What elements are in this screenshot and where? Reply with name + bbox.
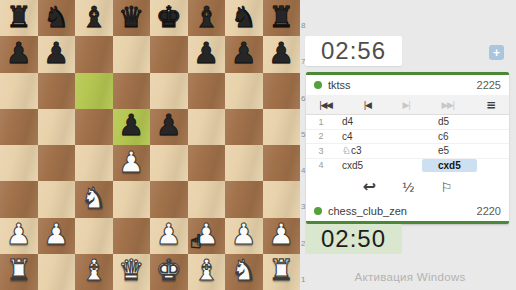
move-number: 2 [306, 131, 336, 141]
move-white[interactable]: cxd5 [336, 160, 422, 171]
add-time-button[interactable]: + [489, 45, 504, 60]
piece-bP-f7[interactable]: ♟ [193, 39, 219, 68]
resign-flag-icon[interactable]: ⚐ [441, 181, 453, 194]
square-g7[interactable]: ♟ [225, 36, 263, 72]
square-h1[interactable]: ♜ [263, 254, 301, 290]
move-navigation-bar: |◀◀ |◀ ▶| ▶▶| ≡ [306, 95, 509, 115]
move-number: 3 [306, 146, 336, 156]
undo-move-icon[interactable]: ↩ [363, 179, 376, 195]
piece-bB-c8[interactable]: ♝ [81, 3, 107, 32]
square-g4[interactable] [225, 145, 263, 181]
skip-to-end-icon[interactable]: ▶▶| [442, 100, 454, 110]
square-h8[interactable]: ♜ [263, 0, 301, 36]
square-c1[interactable]: ♝ [75, 254, 113, 290]
offer-draw-button[interactable]: ½ [402, 181, 415, 194]
square-a4[interactable] [0, 145, 38, 181]
square-b6[interactable] [38, 73, 76, 109]
piece-wP-e2[interactable]: ♟ [156, 220, 182, 249]
square-f5[interactable] [188, 109, 226, 145]
square-a5[interactable] [0, 109, 38, 145]
app-window: ♜♞♝♛♚♝♞♜♟♟♟♟♟♟♟♟♞♟♟♟♟♟♟♜♝♛♚♝♞♜ 87654321 … [0, 0, 516, 290]
square-c6[interactable] [75, 73, 113, 109]
square-c4[interactable] [75, 145, 113, 181]
rank-label-8: 8 [301, 21, 311, 30]
square-f1[interactable]: ♝ [188, 254, 226, 290]
clock-black: 02:56 [305, 36, 402, 66]
piece-wN-g1[interactable]: ♞ [231, 256, 257, 285]
piece-bP-b7[interactable]: ♟ [43, 39, 69, 68]
square-e3[interactable] [150, 181, 188, 217]
square-d7[interactable] [113, 36, 151, 72]
game-info-card: tktss 2225 |◀◀ |◀ ▶| ▶▶| ≡ 1 d4 d5 2 c4 … [306, 72, 509, 224]
square-d8[interactable]: ♛ [113, 0, 151, 36]
square-a3[interactable] [0, 181, 38, 217]
piece-bR-a8[interactable]: ♜ [6, 3, 32, 32]
square-e8[interactable]: ♚ [150, 0, 188, 36]
piece-bP-g7[interactable]: ♟ [231, 39, 257, 68]
square-a7[interactable]: ♟ [0, 36, 38, 72]
player-name-bottom: chess_club_zen [328, 205, 407, 217]
square-e7[interactable] [150, 36, 188, 72]
move-white[interactable]: ♘c3 [336, 145, 422, 156]
square-c8[interactable]: ♝ [75, 0, 113, 36]
game-action-bar: ↩ ½ ⚐ [306, 172, 509, 201]
move-row: 3 ♘c3 e5 [306, 144, 509, 159]
square-b8[interactable]: ♞ [38, 0, 76, 36]
move-row: 2 c4 c6 [306, 130, 509, 145]
square-h2[interactable]: ♟ [263, 218, 301, 254]
square-e4[interactable] [150, 145, 188, 181]
move-row: 4 cxd5 cxd5 [306, 159, 509, 173]
square-b3[interactable] [38, 181, 76, 217]
move-black[interactable]: e5 [422, 145, 465, 156]
piece-wR-a1[interactable]: ♜ [6, 256, 32, 285]
piece-wR-h1[interactable]: ♜ [268, 256, 294, 285]
square-f7[interactable]: ♟ [188, 36, 226, 72]
step-back-icon[interactable]: |◀ [363, 100, 370, 110]
square-b7[interactable]: ♟ [38, 36, 76, 72]
square-f8[interactable]: ♝ [188, 0, 226, 36]
skip-to-start-icon[interactable]: |◀◀ [319, 100, 331, 110]
square-g3[interactable] [225, 181, 263, 217]
square-e6[interactable] [150, 73, 188, 109]
square-c3[interactable]: ♞ [75, 181, 113, 217]
piece-wP-g2[interactable]: ♟ [231, 220, 257, 249]
square-f4[interactable] [188, 145, 226, 181]
square-b1[interactable] [38, 254, 76, 290]
piece-bP-d5[interactable]: ♟ [118, 111, 144, 140]
player-row-top: tktss 2225 [306, 75, 509, 95]
square-g1[interactable]: ♞ [225, 254, 263, 290]
move-number: 4 [306, 160, 336, 170]
piece-bP-a7[interactable]: ♟ [6, 39, 32, 68]
player-row-bottom: chess_club_zen 2220 [306, 201, 509, 221]
square-b2[interactable]: ♟ [38, 218, 76, 254]
square-h7[interactable]: ♟ [263, 36, 301, 72]
move-row: 1 d4 d5 [306, 115, 509, 130]
piece-bQ-d8[interactable]: ♛ [118, 3, 144, 32]
move-number: 1 [306, 117, 336, 127]
square-a2[interactable]: ♟ [0, 218, 38, 254]
piece-wB-f1[interactable]: ♝ [193, 256, 219, 285]
move-white[interactable]: d4 [336, 116, 422, 127]
piece-bP-e5[interactable]: ♟ [156, 111, 182, 140]
piece-wP-d4[interactable]: ♟ [118, 148, 144, 177]
square-d2[interactable] [113, 218, 151, 254]
square-d6[interactable] [113, 73, 151, 109]
move-white[interactable]: c4 [336, 131, 422, 142]
player-rating-bottom: 2220 [477, 205, 501, 217]
piece-wK-e1[interactable]: ♚ [156, 256, 182, 285]
square-d4[interactable]: ♟ [113, 145, 151, 181]
square-h6[interactable] [263, 73, 301, 109]
piece-bK-e8[interactable]: ♚ [156, 3, 182, 32]
piece-bN-g8[interactable]: ♞ [231, 3, 257, 32]
chess-board[interactable]: ♜♞♝♛♚♝♞♜♟♟♟♟♟♟♟♟♞♟♟♟♟♟♟♜♝♛♚♝♞♜ [0, 0, 300, 290]
online-status-icon [314, 81, 322, 89]
square-f3[interactable] [188, 181, 226, 217]
step-forward-icon[interactable]: ▶| [402, 100, 409, 110]
square-h4[interactable] [263, 145, 301, 181]
square-a8[interactable]: ♜ [0, 0, 38, 36]
piece-wP-a2[interactable]: ♟ [6, 220, 32, 249]
clock-white-active: 02:50 [305, 224, 402, 254]
square-e2[interactable]: ♟ [150, 218, 188, 254]
piece-bN-b8[interactable]: ♞ [43, 3, 69, 32]
square-g8[interactable]: ♞ [225, 0, 263, 36]
online-status-icon [314, 207, 322, 215]
player-name-top: tktss [328, 79, 351, 91]
piece-wP-b2[interactable]: ♟ [43, 220, 69, 249]
square-e1[interactable]: ♚ [150, 254, 188, 290]
player-rating-top: 2225 [477, 79, 501, 91]
piece-wB-c1[interactable]: ♝ [81, 256, 107, 285]
square-f6[interactable] [188, 73, 226, 109]
square-g6[interactable] [225, 73, 263, 109]
square-c5[interactable] [75, 109, 113, 145]
square-h5[interactable] [263, 109, 301, 145]
move-black-current[interactable]: cxd5 [422, 159, 477, 172]
square-d3[interactable] [113, 181, 151, 217]
square-a6[interactable] [0, 73, 38, 109]
square-b4[interactable] [38, 145, 76, 181]
square-c2[interactable] [75, 218, 113, 254]
piece-bP-h7[interactable]: ♟ [268, 39, 294, 68]
move-black[interactable]: c6 [422, 131, 465, 142]
square-g5[interactable] [225, 109, 263, 145]
square-d5[interactable]: ♟ [113, 109, 151, 145]
square-c7[interactable] [75, 36, 113, 72]
hand-cursor-icon: ☝ [190, 230, 202, 252]
square-e5[interactable]: ♟ [150, 109, 188, 145]
piece-wQ-d1[interactable]: ♛ [118, 256, 144, 285]
piece-wN-c3[interactable]: ♞ [81, 184, 107, 213]
move-black[interactable]: d5 [422, 116, 465, 127]
rank-label-1: 1 [301, 275, 311, 284]
square-h3[interactable] [263, 181, 301, 217]
piece-wP-h2[interactable]: ♟ [268, 220, 294, 249]
windows-activation-watermark: Активация Windows [327, 271, 493, 283]
piece-bR-h8[interactable]: ♜ [268, 3, 294, 32]
square-b5[interactable] [38, 109, 76, 145]
menu-icon[interactable]: ≡ [486, 98, 496, 112]
square-d1[interactable]: ♛ [113, 254, 151, 290]
square-a1[interactable]: ♜ [0, 254, 38, 290]
piece-bB-f8[interactable]: ♝ [193, 3, 219, 32]
square-g2[interactable]: ♟ [225, 218, 263, 254]
move-list: 1 d4 d5 2 c4 c6 3 ♘c3 e5 4 cxd5 cxd5 [306, 115, 509, 172]
